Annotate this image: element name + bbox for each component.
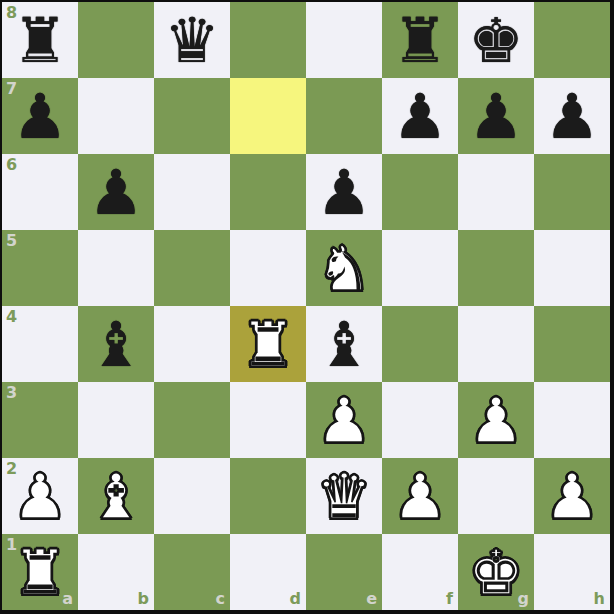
- square-d3[interactable]: [230, 382, 306, 458]
- square-f2[interactable]: ♟: [382, 458, 458, 534]
- square-c3[interactable]: [154, 382, 230, 458]
- black-queen-icon[interactable]: ♛: [154, 2, 230, 78]
- square-c6[interactable]: [154, 154, 230, 230]
- file-label-f: f: [446, 591, 453, 607]
- black-rook-icon[interactable]: ♜: [382, 2, 458, 78]
- black-bishop-icon[interactable]: ♝: [78, 306, 154, 382]
- square-f6[interactable]: [382, 154, 458, 230]
- square-h1[interactable]: h: [534, 534, 610, 610]
- white-pawn-icon[interactable]: ♟: [534, 458, 610, 534]
- square-g3[interactable]: ♟: [458, 382, 534, 458]
- square-d7[interactable]: [230, 78, 306, 154]
- square-a2[interactable]: 2♟: [2, 458, 78, 534]
- square-a1[interactable]: 1a♜: [2, 534, 78, 610]
- square-f3[interactable]: [382, 382, 458, 458]
- square-e2[interactable]: ♛: [306, 458, 382, 534]
- square-h8[interactable]: [534, 2, 610, 78]
- square-c4[interactable]: [154, 306, 230, 382]
- file-label-b: b: [138, 591, 149, 607]
- square-h7[interactable]: ♟: [534, 78, 610, 154]
- white-bishop-icon[interactable]: ♝: [78, 458, 154, 534]
- black-pawn-icon[interactable]: ♟: [382, 78, 458, 154]
- square-g5[interactable]: [458, 230, 534, 306]
- rank-label-6: 6: [6, 157, 17, 173]
- square-a8[interactable]: 8♜: [2, 2, 78, 78]
- file-label-g: g: [518, 591, 529, 607]
- rank-label-1: 1: [6, 537, 17, 553]
- square-f5[interactable]: [382, 230, 458, 306]
- black-pawn-icon[interactable]: ♟: [534, 78, 610, 154]
- square-g1[interactable]: g♚: [458, 534, 534, 610]
- square-f1[interactable]: f: [382, 534, 458, 610]
- black-pawn-icon[interactable]: ♟: [306, 154, 382, 230]
- white-pawn-icon[interactable]: ♟: [382, 458, 458, 534]
- chess-board: 8♜♛♜♚7♟♟♟♟6♟♟5♞4♝♜♝3♟♟2♟♝♛♟♟1a♜bcdefg♚h: [2, 2, 610, 610]
- file-label-d: d: [290, 591, 301, 607]
- square-b4[interactable]: ♝: [78, 306, 154, 382]
- square-f8[interactable]: ♜: [382, 2, 458, 78]
- file-label-h: h: [594, 591, 605, 607]
- rank-label-8: 8: [6, 5, 17, 21]
- square-e4[interactable]: ♝: [306, 306, 382, 382]
- square-c5[interactable]: [154, 230, 230, 306]
- white-pawn-icon[interactable]: ♟: [306, 382, 382, 458]
- rank-label-2: 2: [6, 461, 17, 477]
- black-pawn-icon[interactable]: ♟: [458, 78, 534, 154]
- square-b1[interactable]: b: [78, 534, 154, 610]
- file-label-c: c: [216, 591, 225, 607]
- square-b2[interactable]: ♝: [78, 458, 154, 534]
- square-b8[interactable]: [78, 2, 154, 78]
- white-knight-icon[interactable]: ♞: [306, 230, 382, 306]
- rank-label-7: 7: [6, 81, 17, 97]
- square-c7[interactable]: [154, 78, 230, 154]
- square-a7[interactable]: 7♟: [2, 78, 78, 154]
- square-a3[interactable]: 3: [2, 382, 78, 458]
- white-queen-icon[interactable]: ♛: [306, 458, 382, 534]
- square-b3[interactable]: [78, 382, 154, 458]
- square-h6[interactable]: [534, 154, 610, 230]
- file-label-a: a: [62, 591, 73, 607]
- rank-label-3: 3: [6, 385, 17, 401]
- square-e3[interactable]: ♟: [306, 382, 382, 458]
- square-h4[interactable]: [534, 306, 610, 382]
- square-g4[interactable]: [458, 306, 534, 382]
- square-c1[interactable]: c: [154, 534, 230, 610]
- square-d4[interactable]: ♜: [230, 306, 306, 382]
- square-a5[interactable]: 5: [2, 230, 78, 306]
- square-e8[interactable]: [306, 2, 382, 78]
- square-e1[interactable]: e: [306, 534, 382, 610]
- white-rook-icon[interactable]: ♜: [230, 306, 306, 382]
- square-d5[interactable]: [230, 230, 306, 306]
- square-g2[interactable]: [458, 458, 534, 534]
- square-h3[interactable]: [534, 382, 610, 458]
- square-d1[interactable]: d: [230, 534, 306, 610]
- file-label-e: e: [366, 591, 377, 607]
- square-h2[interactable]: ♟: [534, 458, 610, 534]
- square-h5[interactable]: [534, 230, 610, 306]
- black-king-icon[interactable]: ♚: [458, 2, 534, 78]
- rank-label-4: 4: [6, 309, 17, 325]
- chess-board-frame: 8♜♛♜♚7♟♟♟♟6♟♟5♞4♝♜♝3♟♟2♟♝♛♟♟1a♜bcdefg♚h: [0, 0, 614, 614]
- square-e6[interactable]: ♟: [306, 154, 382, 230]
- square-f4[interactable]: [382, 306, 458, 382]
- square-e7[interactable]: [306, 78, 382, 154]
- square-b7[interactable]: [78, 78, 154, 154]
- square-a4[interactable]: 4: [2, 306, 78, 382]
- square-g8[interactable]: ♚: [458, 2, 534, 78]
- square-c2[interactable]: [154, 458, 230, 534]
- square-d8[interactable]: [230, 2, 306, 78]
- square-b6[interactable]: ♟: [78, 154, 154, 230]
- rank-label-5: 5: [6, 233, 17, 249]
- square-b5[interactable]: [78, 230, 154, 306]
- square-g6[interactable]: [458, 154, 534, 230]
- white-pawn-icon[interactable]: ♟: [458, 382, 534, 458]
- square-d6[interactable]: [230, 154, 306, 230]
- black-bishop-icon[interactable]: ♝: [306, 306, 382, 382]
- square-a6[interactable]: 6: [2, 154, 78, 230]
- black-pawn-icon[interactable]: ♟: [78, 154, 154, 230]
- square-f7[interactable]: ♟: [382, 78, 458, 154]
- square-c8[interactable]: ♛: [154, 2, 230, 78]
- square-g7[interactable]: ♟: [458, 78, 534, 154]
- square-e5[interactable]: ♞: [306, 230, 382, 306]
- square-d2[interactable]: [230, 458, 306, 534]
